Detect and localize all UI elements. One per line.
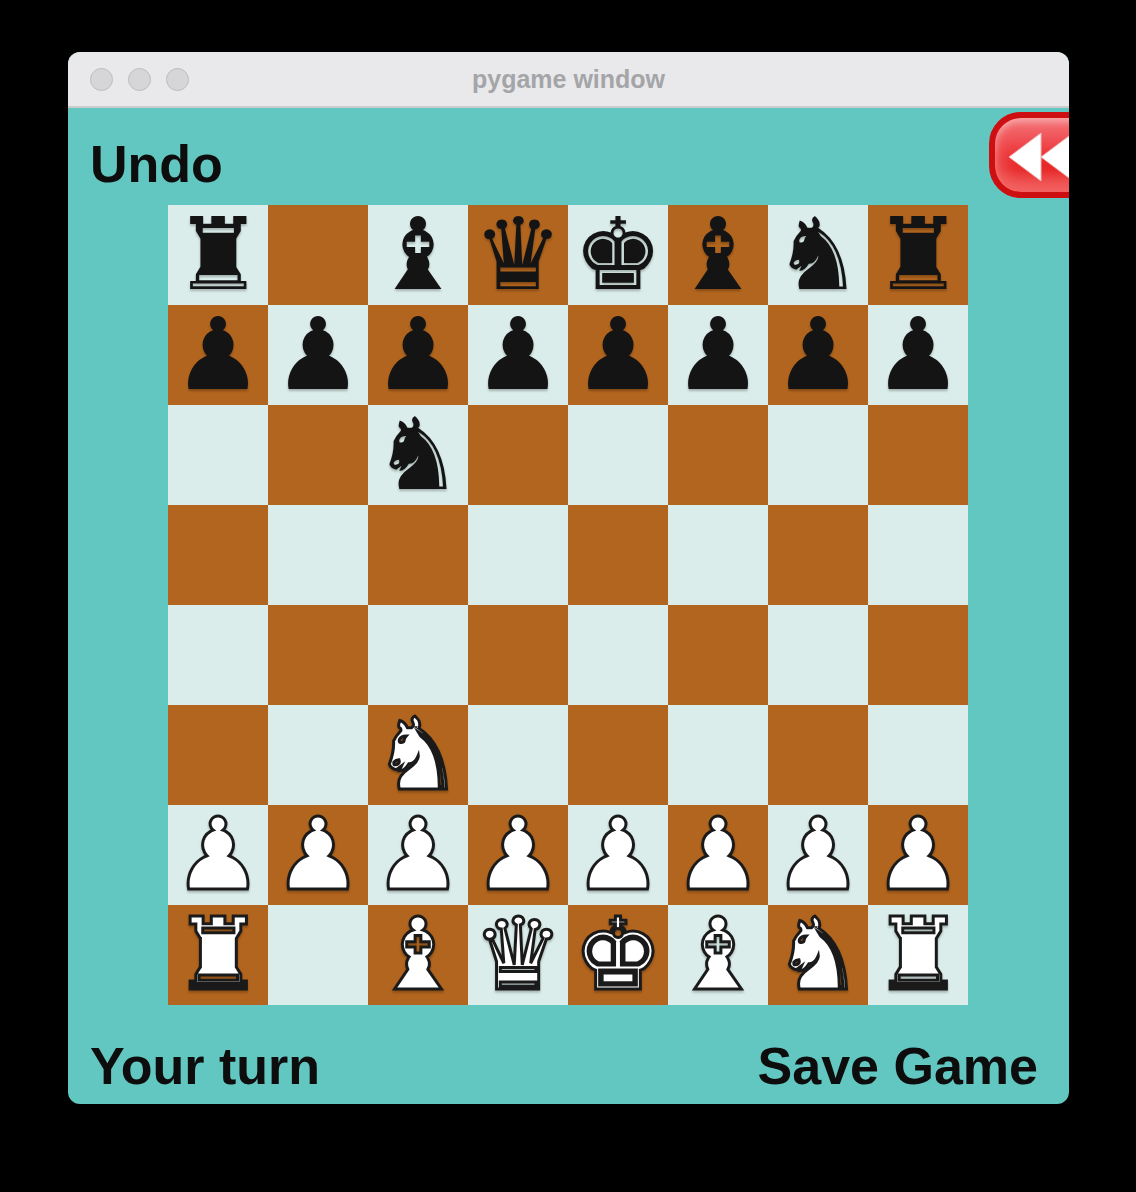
white-knight: ♞: [773, 905, 863, 1005]
white-pawn: ♟: [673, 805, 763, 905]
save-game-button[interactable]: Save Game: [758, 1038, 1038, 1095]
black-pawn: ♟: [473, 305, 563, 405]
undo-button[interactable]: Undo: [90, 136, 223, 193]
square-f1[interactable]: ♝: [668, 905, 768, 1005]
square-g1[interactable]: ♞: [768, 905, 868, 1005]
black-rook: ♜: [873, 205, 963, 305]
square-b4[interactable]: [268, 605, 368, 705]
black-queen: ♛: [473, 205, 563, 305]
square-h2[interactable]: ♟: [868, 805, 968, 905]
square-c3[interactable]: ♞: [368, 705, 468, 805]
square-b1[interactable]: [268, 905, 368, 1005]
minimize-window-button[interactable]: [128, 68, 151, 91]
square-f4[interactable]: [668, 605, 768, 705]
white-bishop: ♝: [673, 905, 763, 1005]
square-h5[interactable]: [868, 505, 968, 605]
square-a7[interactable]: ♟: [168, 305, 268, 405]
square-d5[interactable]: [468, 505, 568, 605]
square-a4[interactable]: [168, 605, 268, 705]
black-pawn: ♟: [373, 305, 463, 405]
square-e7[interactable]: ♟: [568, 305, 668, 405]
pygame-window: pygame window Undo ♜♝♛♚♝♞♜♟♟♟♟♟♟♟♟♞♞♟♟♟♟…: [68, 52, 1069, 1104]
black-king: ♚: [573, 205, 663, 305]
square-d6[interactable]: [468, 405, 568, 505]
square-b5[interactable]: [268, 505, 368, 605]
white-pawn: ♟: [573, 805, 663, 905]
square-e4[interactable]: [568, 605, 668, 705]
square-d7[interactable]: ♟: [468, 305, 568, 405]
turn-status: Your turn: [90, 1038, 320, 1095]
black-bishop: ♝: [673, 205, 763, 305]
close-window-button[interactable]: [90, 68, 113, 91]
white-pawn: ♟: [873, 805, 963, 905]
white-rook: ♜: [173, 905, 263, 1005]
square-d4[interactable]: [468, 605, 568, 705]
square-f3[interactable]: [668, 705, 768, 805]
window-title: pygame window: [68, 52, 1069, 106]
square-b7[interactable]: ♟: [268, 305, 368, 405]
square-b6[interactable]: [268, 405, 368, 505]
black-pawn: ♟: [273, 305, 363, 405]
square-h3[interactable]: [868, 705, 968, 805]
white-pawn: ♟: [773, 805, 863, 905]
titlebar[interactable]: pygame window: [68, 52, 1069, 108]
square-b2[interactable]: ♟: [268, 805, 368, 905]
square-g4[interactable]: [768, 605, 868, 705]
square-c2[interactable]: ♟: [368, 805, 468, 905]
white-king: ♚: [573, 905, 663, 1005]
square-g3[interactable]: [768, 705, 868, 805]
square-h6[interactable]: [868, 405, 968, 505]
white-pawn: ♟: [173, 805, 263, 905]
square-e8[interactable]: ♚: [568, 205, 668, 305]
black-bishop: ♝: [373, 205, 463, 305]
square-h1[interactable]: ♜: [868, 905, 968, 1005]
black-knight: ♞: [773, 205, 863, 305]
square-g6[interactable]: [768, 405, 868, 505]
square-c8[interactable]: ♝: [368, 205, 468, 305]
square-c6[interactable]: ♞: [368, 405, 468, 505]
square-a2[interactable]: ♟: [168, 805, 268, 905]
square-c4[interactable]: [368, 605, 468, 705]
black-pawn: ♟: [573, 305, 663, 405]
square-d3[interactable]: [468, 705, 568, 805]
square-a5[interactable]: [168, 505, 268, 605]
square-c1[interactable]: ♝: [368, 905, 468, 1005]
square-b8[interactable]: [268, 205, 368, 305]
black-pawn: ♟: [673, 305, 763, 405]
white-bishop: ♝: [373, 905, 463, 1005]
square-f8[interactable]: ♝: [668, 205, 768, 305]
square-a1[interactable]: ♜: [168, 905, 268, 1005]
white-queen: ♛: [473, 905, 563, 1005]
black-pawn: ♟: [873, 305, 963, 405]
square-g8[interactable]: ♞: [768, 205, 868, 305]
square-e1[interactable]: ♚: [568, 905, 668, 1005]
black-rook: ♜: [173, 205, 263, 305]
square-d8[interactable]: ♛: [468, 205, 568, 305]
white-pawn: ♟: [273, 805, 363, 905]
square-h4[interactable]: [868, 605, 968, 705]
square-f6[interactable]: [668, 405, 768, 505]
square-b3[interactable]: [268, 705, 368, 805]
square-f7[interactable]: ♟: [668, 305, 768, 405]
white-pawn: ♟: [373, 805, 463, 905]
square-a8[interactable]: ♜: [168, 205, 268, 305]
black-knight: ♞: [373, 405, 463, 505]
square-e3[interactable]: [568, 705, 668, 805]
square-c5[interactable]: [368, 505, 468, 605]
square-a6[interactable]: [168, 405, 268, 505]
square-d2[interactable]: ♟: [468, 805, 568, 905]
black-pawn: ♟: [173, 305, 263, 405]
square-g7[interactable]: ♟: [768, 305, 868, 405]
square-a3[interactable]: [168, 705, 268, 805]
zoom-window-button[interactable]: [166, 68, 189, 91]
square-e5[interactable]: [568, 505, 668, 605]
square-d1[interactable]: ♛: [468, 905, 568, 1005]
chess-board: ♜♝♛♚♝♞♜♟♟♟♟♟♟♟♟♞♞♟♟♟♟♟♟♟♟♜♝♛♚♝♞♜: [168, 205, 968, 1005]
square-f2[interactable]: ♟: [668, 805, 768, 905]
square-f5[interactable]: [668, 505, 768, 605]
square-h8[interactable]: ♜: [868, 205, 968, 305]
traffic-lights: [90, 52, 189, 106]
square-g5[interactable]: [768, 505, 868, 605]
white-knight: ♞: [373, 705, 463, 805]
square-h7[interactable]: ♟: [868, 305, 968, 405]
square-e6[interactable]: [568, 405, 668, 505]
white-rook: ♜: [873, 905, 963, 1005]
rewind-button[interactable]: [989, 112, 1069, 198]
square-g2[interactable]: ♟: [768, 805, 868, 905]
square-e2[interactable]: ♟: [568, 805, 668, 905]
white-pawn: ♟: [473, 805, 563, 905]
square-c7[interactable]: ♟: [368, 305, 468, 405]
black-pawn: ♟: [773, 305, 863, 405]
